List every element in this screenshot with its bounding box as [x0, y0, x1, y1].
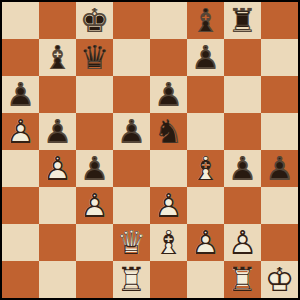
white-pawn-outline-icon: ♙: [39, 150, 76, 187]
square-a8[interactable]: [2, 2, 39, 39]
square-g5[interactable]: [224, 113, 261, 150]
piece-white-rook[interactable]: ♜♖: [113, 261, 150, 298]
square-b3[interactable]: [39, 187, 76, 224]
square-a2[interactable]: [2, 224, 39, 261]
piece-white-bishop[interactable]: ♝♗: [150, 224, 187, 261]
square-h8[interactable]: [261, 2, 298, 39]
piece-black-pawn[interactable]: ♟♙: [224, 150, 261, 187]
white-pawn-outline-icon: ♙: [224, 224, 261, 261]
square-e2[interactable]: ♝♗: [150, 224, 187, 261]
white-pawn-outline-icon: ♙: [150, 187, 187, 224]
square-f1[interactable]: [187, 261, 224, 298]
piece-white-pawn[interactable]: ♟♙: [2, 113, 39, 150]
white-king-outline-icon: ♔: [261, 261, 298, 298]
square-a5[interactable]: ♟♙: [2, 113, 39, 150]
piece-white-pawn[interactable]: ♟♙: [224, 224, 261, 261]
piece-black-pawn[interactable]: ♟♙: [2, 76, 39, 113]
piece-black-queen[interactable]: ♛♕: [76, 39, 113, 76]
white-pawn-outline-icon: ♙: [2, 113, 39, 150]
black-pawn-outline-icon: ♙: [76, 150, 113, 187]
black-pawn-outline-icon: ♙: [2, 76, 39, 113]
square-b6[interactable]: [39, 76, 76, 113]
square-c8[interactable]: ♚♔: [76, 2, 113, 39]
square-d6[interactable]: [113, 76, 150, 113]
piece-black-pawn[interactable]: ♟♙: [150, 76, 187, 113]
black-pawn-outline-icon: ♙: [261, 150, 298, 187]
square-d8[interactable]: [113, 2, 150, 39]
square-a4[interactable]: [2, 150, 39, 187]
black-queen-outline-icon: ♕: [76, 39, 113, 76]
square-f5[interactable]: [187, 113, 224, 150]
black-pawn-outline-icon: ♙: [150, 76, 187, 113]
piece-black-bishop[interactable]: ♝♗: [187, 2, 224, 39]
white-bishop-outline-icon: ♗: [187, 150, 224, 187]
square-h1[interactable]: ♚♔: [261, 261, 298, 298]
square-d7[interactable]: [113, 39, 150, 76]
square-a7[interactable]: [2, 39, 39, 76]
square-g4[interactable]: ♟♙: [224, 150, 261, 187]
square-c3[interactable]: ♟♙: [76, 187, 113, 224]
square-h6[interactable]: [261, 76, 298, 113]
square-h5[interactable]: [261, 113, 298, 150]
piece-white-pawn[interactable]: ♟♙: [76, 187, 113, 224]
square-d2[interactable]: ♛♕: [113, 224, 150, 261]
square-g3[interactable]: [224, 187, 261, 224]
square-e8[interactable]: [150, 2, 187, 39]
piece-black-pawn[interactable]: ♟♙: [39, 113, 76, 150]
chess-board-screenshot: ♚♔♝♗♜♖♝♗♛♕♟♙♟♙♟♙♟♙♟♙♟♙♞♘♟♙♟♙♝♗♟♙♟♙♟♙♟♙♛♕…: [0, 0, 300, 300]
white-queen-outline-icon: ♕: [113, 224, 150, 261]
square-f4[interactable]: ♝♗: [187, 150, 224, 187]
square-f8[interactable]: ♝♗: [187, 2, 224, 39]
piece-white-pawn[interactable]: ♟♙: [150, 187, 187, 224]
square-h2[interactable]: [261, 224, 298, 261]
square-g6[interactable]: [224, 76, 261, 113]
square-e6[interactable]: ♟♙: [150, 76, 187, 113]
square-b4[interactable]: ♟♙: [39, 150, 76, 187]
black-bishop-outline-icon: ♗: [187, 2, 224, 39]
piece-black-rook[interactable]: ♜♖: [224, 2, 261, 39]
square-e7[interactable]: [150, 39, 187, 76]
black-pawn-outline-icon: ♙: [187, 39, 224, 76]
square-e1[interactable]: [150, 261, 187, 298]
square-b7[interactable]: ♝♗: [39, 39, 76, 76]
square-g7[interactable]: [224, 39, 261, 76]
square-f7[interactable]: ♟♙: [187, 39, 224, 76]
square-c7[interactable]: ♛♕: [76, 39, 113, 76]
piece-black-pawn[interactable]: ♟♙: [187, 39, 224, 76]
white-rook-outline-icon: ♖: [113, 261, 150, 298]
piece-white-bishop[interactable]: ♝♗: [187, 150, 224, 187]
black-pawn-outline-icon: ♙: [39, 113, 76, 150]
square-d1[interactable]: ♜♖: [113, 261, 150, 298]
square-c4[interactable]: ♟♙: [76, 150, 113, 187]
white-pawn-outline-icon: ♙: [187, 224, 224, 261]
square-d5[interactable]: ♟♙: [113, 113, 150, 150]
piece-white-pawn[interactable]: ♟♙: [187, 224, 224, 261]
white-pawn-outline-icon: ♙: [76, 187, 113, 224]
square-e5[interactable]: ♞♘: [150, 113, 187, 150]
square-b8[interactable]: [39, 2, 76, 39]
square-f2[interactable]: ♟♙: [187, 224, 224, 261]
black-bishop-outline-icon: ♗: [39, 39, 76, 76]
black-rook-outline-icon: ♖: [224, 2, 261, 39]
chess-board: ♚♔♝♗♜♖♝♗♛♕♟♙♟♙♟♙♟♙♟♙♟♙♞♘♟♙♟♙♝♗♟♙♟♙♟♙♟♙♛♕…: [0, 0, 300, 300]
square-e4[interactable]: [150, 150, 187, 187]
square-b5[interactable]: ♟♙: [39, 113, 76, 150]
square-f6[interactable]: [187, 76, 224, 113]
white-bishop-outline-icon: ♗: [150, 224, 187, 261]
square-d4[interactable]: [113, 150, 150, 187]
piece-white-queen[interactable]: ♛♕: [113, 224, 150, 261]
square-b2[interactable]: [39, 224, 76, 261]
black-pawn-outline-icon: ♙: [224, 150, 261, 187]
piece-white-pawn[interactable]: ♟♙: [39, 150, 76, 187]
black-pawn-outline-icon: ♙: [113, 113, 150, 150]
square-g1[interactable]: ♜♖: [224, 261, 261, 298]
square-c5[interactable]: [76, 113, 113, 150]
white-rook-outline-icon: ♖: [224, 261, 261, 298]
piece-white-rook[interactable]: ♜♖: [224, 261, 261, 298]
black-knight-outline-icon: ♘: [150, 113, 187, 150]
square-c6[interactable]: [76, 76, 113, 113]
square-h7[interactable]: [261, 39, 298, 76]
square-g8[interactable]: ♜♖: [224, 2, 261, 39]
square-a3[interactable]: [2, 187, 39, 224]
piece-white-king[interactable]: ♚♔: [261, 261, 298, 298]
square-e3[interactable]: ♟♙: [150, 187, 187, 224]
piece-black-bishop[interactable]: ♝♗: [39, 39, 76, 76]
square-a1[interactable]: [2, 261, 39, 298]
piece-black-pawn[interactable]: ♟♙: [76, 150, 113, 187]
piece-black-pawn[interactable]: ♟♙: [113, 113, 150, 150]
square-a6[interactable]: ♟♙: [2, 76, 39, 113]
square-c2[interactable]: [76, 224, 113, 261]
square-h3[interactable]: [261, 187, 298, 224]
square-d3[interactable]: [113, 187, 150, 224]
black-king-outline-icon: ♔: [76, 2, 113, 39]
square-c1[interactable]: [76, 261, 113, 298]
square-h4[interactable]: ♟♙: [261, 150, 298, 187]
piece-black-knight[interactable]: ♞♘: [150, 113, 187, 150]
piece-black-pawn[interactable]: ♟♙: [261, 150, 298, 187]
square-f3[interactable]: [187, 187, 224, 224]
piece-black-king[interactable]: ♚♔: [76, 2, 113, 39]
square-b1[interactable]: [39, 261, 76, 298]
square-g2[interactable]: ♟♙: [224, 224, 261, 261]
